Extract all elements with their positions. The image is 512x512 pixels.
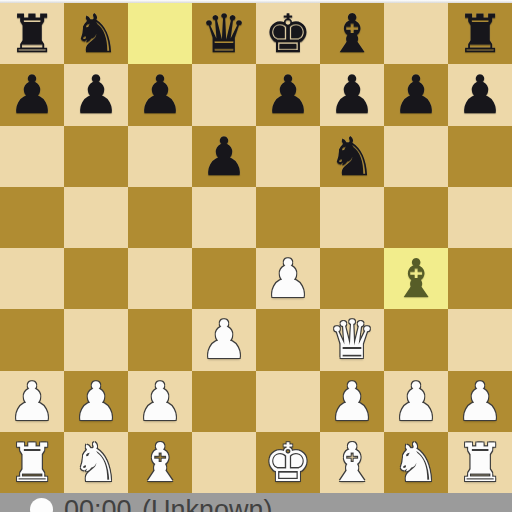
piece-black-bishop: ♝ [392, 248, 440, 309]
square-e7[interactable]: ♟ [256, 64, 320, 125]
square-g1[interactable]: ♞ [384, 432, 448, 493]
square-d3[interactable]: ♟ [192, 309, 256, 370]
piece-white-king: ♚ [264, 432, 312, 493]
square-b3[interactable] [64, 309, 128, 370]
square-b2[interactable]: ♟ [64, 371, 128, 432]
square-e2[interactable] [256, 371, 320, 432]
piece-black-pawn: ♟ [328, 64, 376, 125]
square-d6[interactable]: ♟ [192, 126, 256, 187]
square-h8[interactable]: ♜ [448, 3, 512, 64]
chess-app-screen: ♜♞♛♚♝♜♟♟♟♟♟♟♟♟♞♟♝♟♛♟♟♟♟♟♟♜♞♝♚♝♞♜ 00:00 (… [0, 0, 512, 512]
square-d7[interactable] [192, 64, 256, 125]
square-e3[interactable] [256, 309, 320, 370]
square-h1[interactable]: ♜ [448, 432, 512, 493]
square-c4[interactable] [128, 248, 192, 309]
square-a3[interactable] [0, 309, 64, 370]
square-c6[interactable] [128, 126, 192, 187]
square-g5[interactable] [384, 187, 448, 248]
square-c3[interactable] [128, 309, 192, 370]
player-name: (Unknown) [142, 495, 273, 512]
square-a7[interactable]: ♟ [0, 64, 64, 125]
piece-white-pawn: ♟ [136, 371, 184, 432]
square-c5[interactable] [128, 187, 192, 248]
square-c8[interactable] [128, 3, 192, 64]
square-a2[interactable]: ♟ [0, 371, 64, 432]
piece-white-pawn: ♟ [72, 371, 120, 432]
square-f6[interactable]: ♞ [320, 126, 384, 187]
piece-white-pawn: ♟ [264, 248, 312, 309]
piece-white-pawn: ♟ [8, 371, 56, 432]
square-b4[interactable] [64, 248, 128, 309]
square-f4[interactable] [320, 248, 384, 309]
square-b5[interactable] [64, 187, 128, 248]
piece-white-rook: ♜ [8, 432, 56, 493]
square-g8[interactable] [384, 3, 448, 64]
square-f1[interactable]: ♝ [320, 432, 384, 493]
piece-white-pawn: ♟ [392, 371, 440, 432]
square-a8[interactable]: ♜ [0, 3, 64, 64]
square-d8[interactable]: ♛ [192, 3, 256, 64]
square-g6[interactable] [384, 126, 448, 187]
piece-black-pawn: ♟ [136, 64, 184, 125]
square-e8[interactable]: ♚ [256, 3, 320, 64]
square-d4[interactable] [192, 248, 256, 309]
square-d2[interactable] [192, 371, 256, 432]
piece-white-pawn: ♟ [456, 371, 504, 432]
piece-white-rook: ♜ [456, 432, 504, 493]
clock-text: 00:00 [64, 495, 132, 512]
piece-black-rook: ♜ [8, 3, 56, 64]
square-c7[interactable]: ♟ [128, 64, 192, 125]
piece-white-knight: ♞ [72, 432, 120, 493]
square-f7[interactable]: ♟ [320, 64, 384, 125]
square-f3[interactable]: ♛ [320, 309, 384, 370]
square-b8[interactable]: ♞ [64, 3, 128, 64]
square-a6[interactable] [0, 126, 64, 187]
square-e6[interactable] [256, 126, 320, 187]
piece-black-king: ♚ [264, 3, 312, 64]
square-d1[interactable] [192, 432, 256, 493]
piece-black-pawn: ♟ [392, 64, 440, 125]
piece-white-pawn: ♟ [200, 309, 248, 370]
square-e4[interactable]: ♟ [256, 248, 320, 309]
piece-black-pawn: ♟ [8, 64, 56, 125]
piece-black-pawn: ♟ [264, 64, 312, 125]
square-e1[interactable]: ♚ [256, 432, 320, 493]
piece-black-bishop: ♝ [328, 3, 376, 64]
piece-black-knight: ♞ [328, 126, 376, 187]
piece-black-pawn: ♟ [456, 64, 504, 125]
square-h2[interactable]: ♟ [448, 371, 512, 432]
square-g7[interactable]: ♟ [384, 64, 448, 125]
square-h7[interactable]: ♟ [448, 64, 512, 125]
square-b6[interactable] [64, 126, 128, 187]
square-g4[interactable]: ♝ [384, 248, 448, 309]
square-a5[interactable] [0, 187, 64, 248]
square-h3[interactable] [448, 309, 512, 370]
piece-black-pawn: ♟ [200, 126, 248, 187]
square-c1[interactable]: ♝ [128, 432, 192, 493]
square-e5[interactable] [256, 187, 320, 248]
square-c2[interactable]: ♟ [128, 371, 192, 432]
square-b7[interactable]: ♟ [64, 64, 128, 125]
square-h4[interactable] [448, 248, 512, 309]
square-h5[interactable] [448, 187, 512, 248]
square-a1[interactable]: ♜ [0, 432, 64, 493]
square-h6[interactable] [448, 126, 512, 187]
white-turn-indicator-icon [30, 498, 53, 512]
piece-black-knight: ♞ [72, 3, 120, 64]
piece-black-rook: ♜ [456, 3, 504, 64]
piece-white-queen: ♛ [328, 309, 376, 370]
piece-black-queen: ♛ [200, 3, 248, 64]
square-f8[interactable]: ♝ [320, 3, 384, 64]
square-d5[interactable] [192, 187, 256, 248]
square-g3[interactable] [384, 309, 448, 370]
square-b1[interactable]: ♞ [64, 432, 128, 493]
status-bar: 00:00 (Unknown) [0, 493, 512, 512]
piece-white-pawn: ♟ [328, 371, 376, 432]
square-a4[interactable] [0, 248, 64, 309]
chess-board: ♜♞♛♚♝♜♟♟♟♟♟♟♟♟♞♟♝♟♛♟♟♟♟♟♟♜♞♝♚♝♞♜ [0, 3, 512, 493]
piece-white-bishop: ♝ [136, 432, 184, 493]
piece-white-knight: ♞ [392, 432, 440, 493]
square-g2[interactable]: ♟ [384, 371, 448, 432]
piece-black-pawn: ♟ [72, 64, 120, 125]
piece-white-bishop: ♝ [328, 432, 376, 493]
square-f2[interactable]: ♟ [320, 371, 384, 432]
square-f5[interactable] [320, 187, 384, 248]
